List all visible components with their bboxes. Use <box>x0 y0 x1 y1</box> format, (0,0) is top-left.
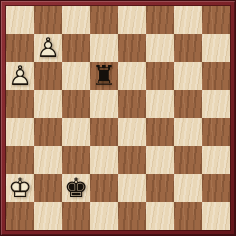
square-a7[interactable] <box>6 34 34 62</box>
square-c1[interactable] <box>62 202 90 230</box>
square-e2[interactable] <box>118 174 146 202</box>
square-a2[interactable]: ♚♔ <box>6 174 34 202</box>
square-h7[interactable] <box>202 34 230 62</box>
square-f2[interactable] <box>146 174 174 202</box>
square-c4[interactable] <box>62 118 90 146</box>
black-rook-glyph: ♜ <box>90 62 118 90</box>
square-g1[interactable] <box>174 202 202 230</box>
square-e6[interactable] <box>118 62 146 90</box>
white-king-a2[interactable]: ♚♔ <box>6 174 34 202</box>
square-b1[interactable] <box>34 202 62 230</box>
square-a3[interactable] <box>6 146 34 174</box>
square-g5[interactable] <box>174 90 202 118</box>
square-a6[interactable]: ♟♙ <box>6 62 34 90</box>
square-d8[interactable] <box>90 6 118 34</box>
square-d3[interactable] <box>90 146 118 174</box>
square-f7[interactable] <box>146 34 174 62</box>
square-b7[interactable]: ♟♙ <box>34 34 62 62</box>
square-c5[interactable] <box>62 90 90 118</box>
black-king-c2[interactable]: ♚ <box>62 174 90 202</box>
square-h4[interactable] <box>202 118 230 146</box>
square-a8[interactable] <box>6 6 34 34</box>
square-e4[interactable] <box>118 118 146 146</box>
square-e8[interactable] <box>118 6 146 34</box>
square-f4[interactable] <box>146 118 174 146</box>
square-g7[interactable] <box>174 34 202 62</box>
square-d2[interactable] <box>90 174 118 202</box>
square-c6[interactable] <box>62 62 90 90</box>
white-pawn-b7[interactable]: ♟♙ <box>34 34 62 62</box>
square-h3[interactable] <box>202 146 230 174</box>
square-g6[interactable] <box>174 62 202 90</box>
square-d4[interactable] <box>90 118 118 146</box>
white-king-outline: ♔ <box>6 174 34 202</box>
square-g4[interactable] <box>174 118 202 146</box>
square-d5[interactable] <box>90 90 118 118</box>
white-pawn-a6[interactable]: ♟♙ <box>6 62 34 90</box>
square-h8[interactable] <box>202 6 230 34</box>
square-c3[interactable] <box>62 146 90 174</box>
square-f5[interactable] <box>146 90 174 118</box>
square-g3[interactable] <box>174 146 202 174</box>
square-f6[interactable] <box>146 62 174 90</box>
square-d1[interactable] <box>90 202 118 230</box>
square-b3[interactable] <box>34 146 62 174</box>
white-pawn-outline: ♙ <box>6 62 34 90</box>
square-h1[interactable] <box>202 202 230 230</box>
square-b8[interactable] <box>34 6 62 34</box>
square-h5[interactable] <box>202 90 230 118</box>
square-b2[interactable] <box>34 174 62 202</box>
square-h2[interactable] <box>202 174 230 202</box>
white-pawn-outline: ♙ <box>34 34 62 62</box>
square-e3[interactable] <box>118 146 146 174</box>
square-a1[interactable] <box>6 202 34 230</box>
square-g2[interactable] <box>174 174 202 202</box>
square-h6[interactable] <box>202 62 230 90</box>
square-a5[interactable] <box>6 90 34 118</box>
square-d7[interactable] <box>90 34 118 62</box>
square-b4[interactable] <box>34 118 62 146</box>
chess-board: ♟♙♟♙♜♚♔♚ <box>6 6 230 230</box>
chess-board-frame: ♟♙♟♙♜♚♔♚ <box>0 0 236 236</box>
black-rook-d6[interactable]: ♜ <box>90 62 118 90</box>
square-e5[interactable] <box>118 90 146 118</box>
square-b6[interactable] <box>34 62 62 90</box>
square-f3[interactable] <box>146 146 174 174</box>
square-c7[interactable] <box>62 34 90 62</box>
square-f8[interactable] <box>146 6 174 34</box>
square-d6[interactable]: ♜ <box>90 62 118 90</box>
square-e1[interactable] <box>118 202 146 230</box>
square-c2[interactable]: ♚ <box>62 174 90 202</box>
square-b5[interactable] <box>34 90 62 118</box>
square-c8[interactable] <box>62 6 90 34</box>
square-g8[interactable] <box>174 6 202 34</box>
square-a4[interactable] <box>6 118 34 146</box>
square-e7[interactable] <box>118 34 146 62</box>
square-f1[interactable] <box>146 202 174 230</box>
black-king-glyph: ♚ <box>62 174 90 202</box>
